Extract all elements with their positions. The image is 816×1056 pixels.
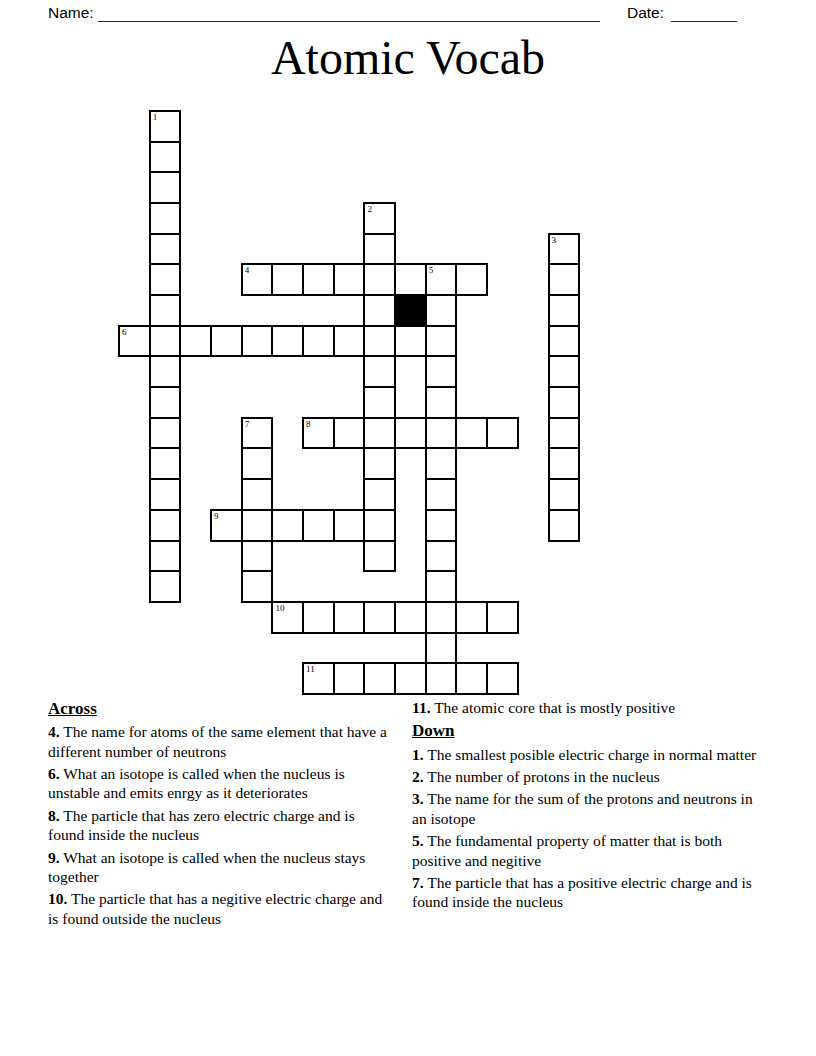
grid-cell[interactable]	[302, 325, 335, 358]
clue-text: The name for the sum of the protons and …	[412, 790, 753, 826]
grid-cell[interactable]	[333, 601, 366, 634]
grid-cell[interactable]	[149, 233, 182, 266]
grid-cell[interactable]	[394, 662, 427, 695]
cell-number-5: 5	[429, 265, 434, 275]
grid-cell[interactable]: 8	[302, 417, 335, 450]
grid-cell[interactable]	[548, 386, 581, 419]
cell-number-11: 11	[306, 664, 315, 674]
grid-cell[interactable]	[333, 662, 366, 695]
date-label: Date:	[627, 4, 664, 22]
grid-cell[interactable]	[302, 509, 335, 542]
clue-number: 3.	[412, 790, 424, 807]
clue-across-4: 4. The name for atoms of the same elemen…	[48, 722, 391, 761]
clue-number: 9.	[48, 849, 60, 866]
grid-cell[interactable]	[333, 417, 366, 450]
black-cell	[394, 294, 427, 327]
grid-cell[interactable]	[149, 325, 182, 358]
across-heading: Across	[48, 698, 391, 719]
grid-cell[interactable]	[241, 509, 274, 542]
grid-cell[interactable]	[548, 325, 581, 358]
grid-cell[interactable]	[149, 294, 182, 327]
grid-cell[interactable]	[241, 478, 274, 511]
grid-cell[interactable]	[363, 509, 396, 542]
grid-cell[interactable]	[333, 509, 366, 542]
grid-cell[interactable]	[363, 601, 396, 634]
grid-cell[interactable]	[363, 355, 396, 388]
clue-text: The smallest posible electric charge in …	[424, 746, 757, 763]
clue-number: 1.	[412, 746, 424, 763]
cell-number-2: 2	[367, 204, 372, 214]
grid-cell[interactable]	[486, 417, 519, 450]
clue-across-10: 10. The particle that has a negitive ele…	[48, 889, 391, 928]
page-title: Atomic Vocab	[0, 33, 816, 83]
grid-cell[interactable]	[486, 662, 519, 695]
clue-number: 7.	[412, 874, 424, 891]
grid-cell[interactable]	[179, 325, 212, 358]
grid-cell[interactable]	[149, 570, 182, 603]
grid-cell[interactable]	[363, 386, 396, 419]
grid-cell[interactable]	[363, 325, 396, 358]
grid-cell[interactable]	[241, 540, 274, 573]
cell-number-3: 3	[552, 235, 557, 245]
clue-text: The atomic core that is mostly positive	[431, 699, 676, 716]
grid-cell[interactable]	[394, 325, 427, 358]
grid-cell[interactable]: 4	[241, 263, 274, 296]
grid-cell[interactable]	[149, 355, 182, 388]
grid-cell[interactable]	[548, 447, 581, 480]
cell-number-9: 9	[214, 511, 219, 521]
grid-cell[interactable]	[271, 325, 304, 358]
clue-across-11: 11. The atomic core that is mostly posit…	[412, 698, 770, 717]
clues-right-column: 11. The atomic core that is mostly posit…	[412, 698, 770, 931]
grid-cell[interactable]	[455, 263, 488, 296]
grid-cell[interactable]	[486, 601, 519, 634]
grid-cell[interactable]	[149, 263, 182, 296]
grid-cell[interactable]	[149, 447, 182, 480]
clue-down-7: 7. The particle that has a positive elec…	[412, 873, 770, 912]
clue-down-5: 5. The fundamental property of matter th…	[412, 831, 770, 870]
grid-cell[interactable]	[425, 386, 458, 419]
grid-cell[interactable]	[241, 325, 274, 358]
grid-cell[interactable]: 6	[118, 325, 151, 358]
down-clues: 1. The smallest posible electric charge …	[412, 745, 770, 912]
grid-cell[interactable]	[425, 294, 458, 327]
grid-cell[interactable]: 10	[271, 601, 304, 634]
grid-cell[interactable]	[548, 294, 581, 327]
clue-text: The particle that has a positive electri…	[412, 874, 752, 910]
clue-down-1: 1. The smallest posible electric charge …	[412, 745, 770, 764]
clue-number: 8.	[48, 807, 60, 824]
cell-number-1: 1	[153, 112, 158, 122]
clue-text: The number of protons in the nucleus	[424, 768, 660, 785]
grid-cell[interactable]: 2	[363, 202, 396, 235]
clue-number: 4.	[48, 723, 60, 740]
clue-text: The particle that has a negitive electri…	[48, 890, 382, 926]
grid-cell[interactable]	[363, 417, 396, 450]
grid-cell[interactable]	[149, 540, 182, 573]
grid-cell[interactable]	[425, 662, 458, 695]
grid-cell[interactable]	[548, 355, 581, 388]
date-blank-line[interactable]	[671, 21, 737, 22]
grid-cell[interactable]	[425, 601, 458, 634]
grid-cell[interactable]	[363, 263, 396, 296]
grid-cell[interactable]	[149, 417, 182, 450]
grid-cell[interactable]: 5	[425, 263, 458, 296]
across-clues-overflow: 11. The atomic core that is mostly posit…	[412, 698, 770, 717]
grid-cell[interactable]	[425, 325, 458, 358]
grid-cell[interactable]	[394, 601, 427, 634]
grid-cell[interactable]	[149, 478, 182, 511]
grid-cell[interactable]	[425, 540, 458, 573]
clue-text: The fundamental property of matter that …	[412, 832, 722, 868]
grid-cell[interactable]	[333, 263, 366, 296]
grid-cell[interactable]	[271, 509, 304, 542]
cell-number-6: 6	[122, 327, 127, 337]
clue-number: 10.	[48, 890, 67, 907]
clue-text: The name for atoms of the same element t…	[48, 723, 387, 759]
grid-cell[interactable]	[548, 509, 581, 542]
clues-section: Across 4. The name for atoms of the same…	[48, 698, 770, 931]
grid-cell[interactable]: 1	[149, 110, 182, 143]
grid-cell[interactable]: 11	[302, 662, 335, 695]
clue-number: 5.	[412, 832, 424, 849]
clue-down-3: 3. The name for the sum of the protons a…	[412, 789, 770, 828]
clues-left-column: Across 4. The name for atoms of the same…	[48, 698, 391, 931]
clue-number: 11.	[412, 699, 431, 716]
grid-cell[interactable]	[363, 478, 396, 511]
grid-cell[interactable]	[425, 478, 458, 511]
across-clues: 4. The name for atoms of the same elemen…	[48, 722, 391, 928]
cell-number-8: 8	[306, 419, 311, 429]
grid-cell[interactable]	[394, 417, 427, 450]
grid-cell[interactable]	[149, 171, 182, 204]
crossword-grid: 1234567891011	[118, 110, 581, 696]
clue-across-6: 6. What an isotope is called when the nu…	[48, 764, 391, 803]
grid-cell[interactable]	[302, 263, 335, 296]
name-label: Name:	[48, 4, 94, 22]
grid-cell[interactable]: 7	[241, 417, 274, 450]
clue-number: 2.	[412, 768, 424, 785]
grid-cell[interactable]	[363, 662, 396, 695]
grid-cell[interactable]	[455, 662, 488, 695]
grid-cell[interactable]	[455, 417, 488, 450]
grid-cell[interactable]	[363, 294, 396, 327]
grid-cell[interactable]	[455, 601, 488, 634]
grid-cell[interactable]	[363, 233, 396, 266]
grid-cell[interactable]	[210, 325, 243, 358]
grid-cell[interactable]	[425, 417, 458, 450]
grid-cell[interactable]	[241, 447, 274, 480]
grid-cell[interactable]	[548, 263, 581, 296]
grid-cell[interactable]: 9	[210, 509, 243, 542]
grid-cell[interactable]	[302, 601, 335, 634]
grid-cell[interactable]	[548, 417, 581, 450]
grid-cell[interactable]	[271, 263, 304, 296]
grid-cell[interactable]	[149, 386, 182, 419]
clue-text: The particle that has zero electric char…	[48, 807, 355, 843]
grid-cell[interactable]	[425, 570, 458, 603]
grid-cell[interactable]	[333, 325, 366, 358]
grid-cell[interactable]	[241, 570, 274, 603]
grid-cell[interactable]	[425, 509, 458, 542]
grid-cell[interactable]	[548, 478, 581, 511]
grid-cell[interactable]	[149, 509, 182, 542]
grid-cell[interactable]	[149, 202, 182, 235]
grid-cell[interactable]	[425, 632, 458, 665]
grid-cell[interactable]	[149, 141, 182, 174]
grid-cell[interactable]	[394, 263, 427, 296]
name-blank-line[interactable]	[98, 21, 600, 22]
grid-cell[interactable]: 3	[548, 233, 581, 266]
cell-number-7: 7	[245, 419, 250, 429]
grid-cell[interactable]	[425, 355, 458, 388]
grid-cell[interactable]	[363, 447, 396, 480]
down-heading: Down	[412, 720, 770, 741]
clue-number: 6.	[48, 765, 60, 782]
cell-number-4: 4	[245, 265, 250, 275]
clue-text: What an isotope is called when the nucle…	[48, 849, 365, 885]
clue-across-9: 9. What an isotope is called when the nu…	[48, 848, 391, 887]
grid-cell[interactable]	[425, 447, 458, 480]
cell-number-10: 10	[275, 603, 284, 613]
clue-text: What an isotope is called when the nucle…	[48, 765, 345, 801]
grid-cell[interactable]	[363, 540, 396, 573]
clue-across-8: 8. The particle that has zero electric c…	[48, 806, 391, 845]
clue-down-2: 2. The number of protons in the nucleus	[412, 767, 770, 786]
